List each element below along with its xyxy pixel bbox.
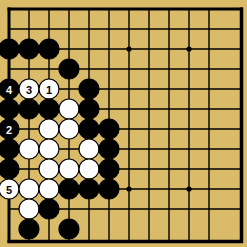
stone-white-c5-r8	[79, 139, 99, 159]
stone-black-c1-r9	[0, 159, 19, 179]
stone-black-c4-r4	[59, 59, 79, 79]
move-label-5: 5	[6, 184, 12, 196]
stone-black-c4-r10	[59, 179, 79, 199]
star-point	[126, 46, 131, 51]
star-point	[186, 46, 191, 51]
stone-black-c6-r7	[99, 119, 119, 139]
stone-white-c4-r6	[59, 99, 79, 119]
stone-black-c5-r5	[79, 79, 99, 99]
stone-black-c4-r12	[59, 219, 79, 239]
go-board: 43125	[0, 0, 247, 247]
stone-white-c3-r8	[39, 139, 59, 159]
stone-white-c5-r9	[79, 159, 99, 179]
stone-white-c3-r9	[39, 159, 59, 179]
stone-black-c6-r8	[99, 139, 119, 159]
stone-black-c5-r6	[79, 99, 99, 119]
move-label-4: 4	[6, 84, 13, 96]
move-label-3: 3	[26, 84, 32, 96]
stone-black-c2-r12	[19, 219, 39, 239]
stone-white-c3-r10	[39, 179, 59, 199]
stone-black-c1-r8	[0, 139, 19, 159]
move-label-2: 2	[6, 124, 12, 136]
star-point	[186, 186, 191, 191]
stone-white-c2-r8	[19, 139, 39, 159]
stone-black-c5-r7	[79, 119, 99, 139]
stone-black-c5-r10	[79, 179, 99, 199]
stone-black-c6-r10	[99, 179, 119, 199]
stone-white-c4-r7	[59, 119, 79, 139]
stone-white-c2-r10	[19, 179, 39, 199]
stone-black-c1-r6	[0, 99, 19, 119]
stone-black-c3-r11	[39, 199, 59, 219]
move-label-1: 1	[46, 84, 52, 96]
stone-white-c4-r9	[59, 159, 79, 179]
stone-black-c3-r3	[39, 39, 59, 59]
stone-black-c3-r6	[39, 99, 59, 119]
stone-white-c2-r11	[19, 199, 39, 219]
go-diagram: 43125	[0, 0, 247, 247]
star-point	[126, 186, 131, 191]
stone-black-c6-r9	[99, 159, 119, 179]
stone-black-c1-r3	[0, 39, 19, 59]
stone-white-c3-r7	[39, 119, 59, 139]
stone-black-c2-r3	[19, 39, 39, 59]
stone-black-c2-r6	[19, 99, 39, 119]
